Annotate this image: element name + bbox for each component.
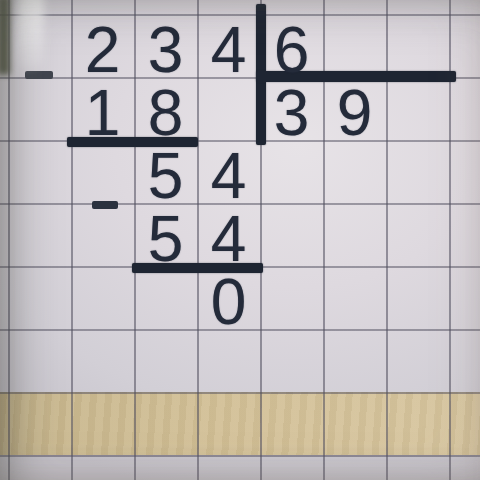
quotient-digit-ones: 9 — [323, 82, 386, 145]
quotient-digit-tens: 3 — [260, 82, 323, 145]
minus-sign-icon — [92, 201, 118, 209]
subtrahend2-digit-tens: 5 — [134, 208, 197, 271]
remainder1-digit-tens: 5 — [134, 145, 197, 208]
subtrahend1-digit-tens: 1 — [71, 82, 134, 145]
subtrahend2-digit-ones: 4 — [197, 208, 260, 271]
screen-glare-highlight — [16, 0, 45, 70]
dividend-digit-ones: 4 — [197, 19, 260, 82]
division-working-layer: 2 3 4 6 1 8 3 9 5 4 5 4 0 — [0, 0, 480, 480]
photo-corner-shadow — [0, 0, 10, 75]
subtrahend1-digit-ones: 8 — [134, 82, 197, 145]
dividend-digit-tens: 3 — [134, 19, 197, 82]
brought-down-digit: 4 — [197, 145, 260, 208]
final-remainder-digit: 0 — [197, 271, 260, 334]
minus-sign-icon — [25, 71, 53, 79]
divisor-digit: 6 — [260, 19, 323, 82]
graph-paper-worksheet-photo: 2 3 4 6 1 8 3 9 5 4 5 4 0 — [0, 0, 480, 480]
dividend-digit-hundreds: 2 — [71, 19, 134, 82]
